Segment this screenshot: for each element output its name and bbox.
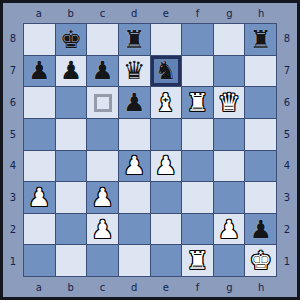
rank-label-1: 1 xyxy=(277,245,297,277)
file-label-d: d xyxy=(118,277,150,297)
move-from-marker xyxy=(94,94,112,112)
rank-label-3: 3 xyxy=(277,182,297,214)
file-label-g: g xyxy=(214,3,246,23)
square-d8[interactable]: ♜ xyxy=(119,24,150,55)
white-rook[interactable]: ♜ xyxy=(186,90,208,115)
square-h7[interactable] xyxy=(245,56,276,87)
square-f3[interactable] xyxy=(182,182,213,213)
square-h8[interactable]: ♜ xyxy=(245,24,276,55)
rank-label-5: 5 xyxy=(3,118,23,150)
black-king[interactable]: ♚ xyxy=(60,27,82,52)
file-label-d: d xyxy=(118,3,150,23)
square-e8[interactable] xyxy=(151,24,182,55)
square-b1[interactable] xyxy=(56,245,87,276)
rank-label-7: 7 xyxy=(3,55,23,87)
white-pawn[interactable]: ♟ xyxy=(218,217,240,242)
rank-label-8: 8 xyxy=(277,23,297,55)
square-d2[interactable] xyxy=(119,214,150,245)
black-knight[interactable]: ♞ xyxy=(155,58,177,83)
square-h2[interactable]: ♟ xyxy=(245,214,276,245)
black-queen[interactable]: ♛ xyxy=(123,58,145,83)
square-d6[interactable]: ♟ xyxy=(119,87,150,118)
file-label-c: c xyxy=(87,277,119,297)
white-bishop[interactable]: ♝ xyxy=(155,90,177,115)
square-h6[interactable] xyxy=(245,87,276,118)
square-d4[interactable]: ♟ xyxy=(119,151,150,182)
rank-labels-left: 87654321 xyxy=(3,23,23,277)
white-pawn[interactable]: ♟ xyxy=(123,153,145,178)
square-g8[interactable] xyxy=(214,24,245,55)
square-e1[interactable] xyxy=(151,245,182,276)
white-queen[interactable]: ♛ xyxy=(218,90,240,115)
square-e7[interactable]: ♞ xyxy=(151,56,182,87)
white-pawn[interactable]: ♟ xyxy=(28,185,50,210)
file-label-g: g xyxy=(214,277,246,297)
square-d1[interactable] xyxy=(119,245,150,276)
square-e6[interactable]: ♝ xyxy=(151,87,182,118)
square-g4[interactable] xyxy=(214,151,245,182)
file-label-a: a xyxy=(23,3,55,23)
black-rook[interactable]: ♜ xyxy=(249,27,271,52)
black-pawn[interactable]: ♟ xyxy=(91,58,113,83)
square-a3[interactable]: ♟ xyxy=(24,182,55,213)
rank-label-5: 5 xyxy=(277,118,297,150)
square-c5[interactable] xyxy=(87,119,118,150)
square-d3[interactable] xyxy=(119,182,150,213)
square-a2[interactable] xyxy=(24,214,55,245)
square-d5[interactable] xyxy=(119,119,150,150)
square-f8[interactable] xyxy=(182,24,213,55)
rank-label-1: 1 xyxy=(3,245,23,277)
square-g2[interactable]: ♟ xyxy=(214,214,245,245)
square-f5[interactable] xyxy=(182,119,213,150)
rank-labels-right: 87654321 xyxy=(277,23,297,277)
file-label-e: e xyxy=(150,3,182,23)
square-h3[interactable] xyxy=(245,182,276,213)
square-a1[interactable] xyxy=(24,245,55,276)
white-pawn[interactable]: ♟ xyxy=(91,185,113,210)
file-labels-top: abcdefgh xyxy=(23,3,277,23)
square-e3[interactable] xyxy=(151,182,182,213)
file-label-h: h xyxy=(245,3,277,23)
square-a7[interactable]: ♟ xyxy=(24,56,55,87)
square-c2[interactable]: ♟ xyxy=(87,214,118,245)
rank-label-4: 4 xyxy=(277,150,297,182)
square-e5[interactable] xyxy=(151,119,182,150)
square-f2[interactable] xyxy=(182,214,213,245)
rank-label-6: 6 xyxy=(277,87,297,119)
square-b7[interactable]: ♟ xyxy=(56,56,87,87)
black-pawn[interactable]: ♟ xyxy=(249,217,271,242)
file-label-h: h xyxy=(245,277,277,297)
square-h4[interactable] xyxy=(245,151,276,182)
square-a4[interactable] xyxy=(24,151,55,182)
square-e4[interactable]: ♟ xyxy=(151,151,182,182)
square-g3[interactable] xyxy=(214,182,245,213)
file-labels-bottom: abcdefgh xyxy=(23,277,277,297)
square-c3[interactable]: ♟ xyxy=(87,182,118,213)
square-h5[interactable] xyxy=(245,119,276,150)
file-label-a: a xyxy=(23,277,55,297)
square-g6[interactable]: ♛ xyxy=(214,87,245,118)
square-b2[interactable] xyxy=(56,214,87,245)
square-b3[interactable] xyxy=(56,182,87,213)
black-pawn[interactable]: ♟ xyxy=(60,58,82,83)
black-pawn[interactable]: ♟ xyxy=(28,58,50,83)
square-b8[interactable]: ♚ xyxy=(56,24,87,55)
black-pawn[interactable]: ♟ xyxy=(123,90,145,115)
rank-label-8: 8 xyxy=(3,23,23,55)
square-b6[interactable] xyxy=(56,87,87,118)
white-king[interactable]: ♚ xyxy=(249,248,271,273)
rank-label-4: 4 xyxy=(3,150,23,182)
chess-board[interactable]: ♚♜♜♟♟♟♛♞♟♝♜♛♟♟♟♟♟♟♟♜♚ xyxy=(23,23,277,277)
file-label-b: b xyxy=(55,3,87,23)
square-c4[interactable] xyxy=(87,151,118,182)
square-c6[interactable] xyxy=(87,87,118,118)
rank-label-7: 7 xyxy=(277,55,297,87)
white-pawn[interactable]: ♟ xyxy=(155,153,177,178)
file-label-e: e xyxy=(150,277,182,297)
square-h1[interactable]: ♚ xyxy=(245,245,276,276)
square-c1[interactable] xyxy=(87,245,118,276)
square-f7[interactable] xyxy=(182,56,213,87)
rank-label-2: 2 xyxy=(3,214,23,246)
file-label-f: f xyxy=(182,277,214,297)
square-g7[interactable] xyxy=(214,56,245,87)
file-label-b: b xyxy=(55,277,87,297)
square-b4[interactable] xyxy=(56,151,87,182)
square-d7[interactable]: ♛ xyxy=(119,56,150,87)
rank-label-2: 2 xyxy=(277,214,297,246)
file-label-c: c xyxy=(87,3,119,23)
square-a8[interactable] xyxy=(24,24,55,55)
coordinate-band: abcdefgh abcdefgh 87654321 87654321 ♚♜♜♟… xyxy=(3,3,297,297)
square-b5[interactable] xyxy=(56,119,87,150)
white-rook[interactable]: ♜ xyxy=(186,248,208,273)
black-rook[interactable]: ♜ xyxy=(123,27,145,52)
square-c8[interactable] xyxy=(87,24,118,55)
white-pawn[interactable]: ♟ xyxy=(91,217,113,242)
square-a6[interactable] xyxy=(24,87,55,118)
square-f4[interactable] xyxy=(182,151,213,182)
square-f6[interactable]: ♜ xyxy=(182,87,213,118)
square-e2[interactable] xyxy=(151,214,182,245)
rank-label-3: 3 xyxy=(3,182,23,214)
square-a5[interactable] xyxy=(24,119,55,150)
diagram-frame: abcdefgh abcdefgh 87654321 87654321 ♚♜♜♟… xyxy=(0,0,300,300)
square-g5[interactable] xyxy=(214,119,245,150)
rank-label-6: 6 xyxy=(3,87,23,119)
square-c7[interactable]: ♟ xyxy=(87,56,118,87)
square-g1[interactable] xyxy=(214,245,245,276)
file-label-f: f xyxy=(182,3,214,23)
square-f1[interactable]: ♜ xyxy=(182,245,213,276)
